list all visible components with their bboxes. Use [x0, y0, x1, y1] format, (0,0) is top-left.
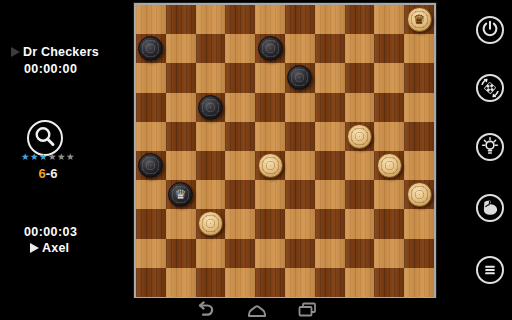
- board-square[interactable]: [196, 122, 226, 151]
- opponent-name: Dr Checkers: [23, 45, 99, 59]
- back-icon: [193, 301, 217, 318]
- board-square[interactable]: [374, 239, 404, 268]
- board-square[interactable]: [404, 122, 434, 151]
- player-clock: 00:00:03: [24, 225, 77, 239]
- power-icon: [478, 18, 502, 42]
- board-square[interactable]: [225, 93, 255, 122]
- level-label: 6-6: [18, 166, 78, 181]
- board-square[interactable]: [255, 63, 285, 92]
- board-square[interactable]: [196, 209, 226, 238]
- board-square[interactable]: [136, 63, 166, 92]
- opponent-clock: 00:00:00: [24, 62, 77, 76]
- board-square[interactable]: [255, 122, 285, 151]
- board-square[interactable]: [196, 93, 226, 122]
- board-square[interactable]: [255, 5, 285, 34]
- board-square[interactable]: [255, 93, 285, 122]
- board-square[interactable]: [166, 93, 196, 122]
- board-square[interactable]: [196, 180, 226, 209]
- board-square[interactable]: [374, 5, 404, 34]
- board-frame: ♛♛: [134, 3, 436, 299]
- board-square[interactable]: [225, 239, 255, 268]
- board-square[interactable]: [374, 34, 404, 63]
- flip-board-button[interactable]: [476, 74, 504, 102]
- board-square[interactable]: [315, 93, 345, 122]
- board-square[interactable]: [345, 268, 375, 297]
- board-square[interactable]: [225, 63, 255, 92]
- board-square[interactable]: [166, 63, 196, 92]
- board-square[interactable]: [136, 5, 166, 34]
- board-square[interactable]: [285, 5, 315, 34]
- board-square[interactable]: [404, 151, 434, 180]
- star-filled-icon: ★: [39, 151, 48, 162]
- board-square[interactable]: [404, 209, 434, 238]
- white-man-piece[interactable]: [198, 211, 223, 236]
- board-square[interactable]: [404, 239, 434, 268]
- board-square[interactable]: [136, 209, 166, 238]
- board-square[interactable]: [315, 268, 345, 297]
- board-square[interactable]: [196, 63, 226, 92]
- board-square[interactable]: [225, 180, 255, 209]
- white-man-piece[interactable]: [407, 182, 432, 207]
- exit-button[interactable]: [476, 16, 504, 44]
- board-square[interactable]: [404, 63, 434, 92]
- opponent-turn-indicator-icon: [11, 47, 20, 57]
- board-square[interactable]: [166, 34, 196, 63]
- board-square[interactable]: [136, 268, 166, 297]
- black-man-piece[interactable]: [198, 95, 223, 120]
- board-square[interactable]: [225, 151, 255, 180]
- board-square[interactable]: [196, 239, 226, 268]
- board-square[interactable]: [404, 180, 434, 209]
- board-square[interactable]: [315, 122, 345, 151]
- board-square[interactable]: [345, 5, 375, 34]
- board-square[interactable]: [315, 5, 345, 34]
- board-square[interactable]: [315, 151, 345, 180]
- menu-button[interactable]: [476, 256, 504, 284]
- board-square[interactable]: [404, 93, 434, 122]
- board-square[interactable]: [255, 180, 285, 209]
- black-king-piece[interactable]: ♛: [168, 182, 193, 207]
- black-man-piece[interactable]: [138, 153, 163, 178]
- crown-icon: ♛: [413, 13, 425, 26]
- crown-icon: ♛: [175, 188, 187, 201]
- opponent-row: Dr Checkers: [11, 45, 99, 59]
- star-filled-icon: ★: [30, 151, 39, 162]
- board-square[interactable]: [225, 209, 255, 238]
- level-value-left: 6: [39, 166, 46, 181]
- board-square[interactable]: [345, 34, 375, 63]
- board-square[interactable]: [166, 122, 196, 151]
- board-square[interactable]: [315, 209, 345, 238]
- star-empty-icon: ★: [48, 151, 57, 162]
- board-square[interactable]: [255, 34, 285, 63]
- board-square[interactable]: [404, 268, 434, 297]
- menu-icon: [478, 258, 502, 282]
- board-square[interactable]: [225, 122, 255, 151]
- app-screen: Dr Checkers 00:00:00 ★★★★★★ 6-6 00:00:03…: [0, 0, 512, 320]
- magnifier-icon: [30, 123, 60, 153]
- board-square[interactable]: [196, 5, 226, 34]
- board-square[interactable]: [315, 180, 345, 209]
- board-square[interactable]: [285, 209, 315, 238]
- lightbulb-icon: [478, 135, 502, 159]
- board-square[interactable]: [166, 151, 196, 180]
- player-row: Axel: [30, 241, 69, 255]
- bicep-icon: [478, 196, 502, 220]
- board-square[interactable]: [136, 239, 166, 268]
- white-man-piece[interactable]: [258, 153, 283, 178]
- board-square[interactable]: [225, 5, 255, 34]
- board-square[interactable]: [255, 268, 285, 297]
- home-button[interactable]: [243, 300, 271, 318]
- white-man-piece[interactable]: [377, 153, 402, 178]
- hint-button[interactable]: [476, 133, 504, 161]
- player-turn-indicator-icon: [30, 243, 39, 253]
- white-king-piece[interactable]: ♛: [407, 7, 432, 32]
- board-square[interactable]: [345, 239, 375, 268]
- board-square[interactable]: [345, 122, 375, 151]
- back-button[interactable]: [191, 300, 219, 318]
- level-value-right: 6: [50, 166, 57, 181]
- board-square[interactable]: [255, 151, 285, 180]
- recents-button[interactable]: [293, 300, 321, 318]
- board-square[interactable]: [315, 239, 345, 268]
- board-square[interactable]: [136, 34, 166, 63]
- board-square[interactable]: [285, 34, 315, 63]
- board-square[interactable]: [136, 122, 166, 151]
- black-man-piece[interactable]: [258, 36, 283, 61]
- board-square[interactable]: [136, 151, 166, 180]
- board-square[interactable]: [285, 151, 315, 180]
- white-man-piece[interactable]: [347, 124, 372, 149]
- board-square[interactable]: [285, 239, 315, 268]
- board-square[interactable]: [345, 180, 375, 209]
- board-square[interactable]: [196, 34, 226, 63]
- board-square[interactable]: [166, 209, 196, 238]
- black-man-piece[interactable]: [287, 65, 312, 90]
- board-square[interactable]: [255, 209, 285, 238]
- black-man-piece[interactable]: [138, 36, 163, 61]
- board-square[interactable]: ♛: [404, 5, 434, 34]
- board-square[interactable]: [374, 122, 404, 151]
- board-square[interactable]: [345, 151, 375, 180]
- board-square[interactable]: [285, 63, 315, 92]
- board-square[interactable]: [255, 239, 285, 268]
- board-square[interactable]: [345, 93, 375, 122]
- board-square[interactable]: [315, 63, 345, 92]
- home-icon: [245, 301, 269, 318]
- android-navbar: [0, 298, 512, 320]
- board-square[interactable]: ♛: [166, 180, 196, 209]
- board-square[interactable]: [285, 268, 315, 297]
- board-square[interactable]: [374, 93, 404, 122]
- star-empty-icon: ★: [57, 151, 66, 162]
- player-name: Axel: [42, 241, 69, 255]
- board-square[interactable]: [166, 268, 196, 297]
- board-square[interactable]: [285, 93, 315, 122]
- board-square[interactable]: [225, 268, 255, 297]
- board-square[interactable]: [345, 63, 375, 92]
- board-square[interactable]: [345, 209, 375, 238]
- board-square[interactable]: [196, 151, 226, 180]
- board-square[interactable]: [136, 180, 166, 209]
- board-square[interactable]: [166, 239, 196, 268]
- board-square[interactable]: [374, 151, 404, 180]
- board-square[interactable]: [136, 93, 166, 122]
- board-square[interactable]: [166, 5, 196, 34]
- board-square[interactable]: [196, 268, 226, 297]
- strength-button[interactable]: [476, 194, 504, 222]
- board-square[interactable]: [404, 34, 434, 63]
- board-square[interactable]: [315, 34, 345, 63]
- difficulty-stars: ★★★★★★: [18, 152, 78, 162]
- recents-icon: [295, 301, 319, 318]
- board-square[interactable]: [225, 34, 255, 63]
- star-filled-icon: ★: [21, 151, 30, 162]
- board-square[interactable]: [285, 122, 315, 151]
- board-square[interactable]: [374, 268, 404, 297]
- board: ♛♛: [136, 5, 434, 297]
- flip-board-icon: [478, 76, 502, 100]
- board-square[interactable]: [374, 63, 404, 92]
- board-square[interactable]: [374, 180, 404, 209]
- board-square[interactable]: [374, 209, 404, 238]
- board-square[interactable]: [285, 180, 315, 209]
- star-empty-icon: ★: [66, 151, 75, 162]
